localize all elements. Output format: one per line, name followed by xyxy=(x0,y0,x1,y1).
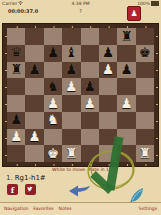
black-pawn-piece: ♟ xyxy=(29,63,41,77)
square-c7[interactable]: ♟ xyxy=(44,45,62,62)
square-f2[interactable] xyxy=(99,129,117,146)
square-d8[interactable] xyxy=(62,28,80,45)
square-b7[interactable] xyxy=(25,45,43,62)
square-h5[interactable] xyxy=(136,78,154,95)
tab-navigation[interactable]: Navigation xyxy=(4,206,28,211)
black-rook-piece: ♜ xyxy=(120,30,132,44)
black-pawn-piece: ♟ xyxy=(47,46,59,60)
square-d6[interactable]: ♟ xyxy=(62,62,80,79)
back-arrow-button[interactable] xyxy=(69,185,90,197)
square-c1[interactable]: ♚ xyxy=(44,145,62,162)
black-knight-piece: ♞ xyxy=(47,80,59,94)
menu-button[interactable]: ♟ xyxy=(127,6,141,21)
square-e4[interactable]: ♟ xyxy=(81,95,99,112)
square-e7[interactable] xyxy=(81,45,99,62)
square-h1[interactable]: ♜ xyxy=(136,145,154,162)
tab-settings[interactable]: Settings xyxy=(139,206,157,211)
square-e2[interactable] xyxy=(81,129,99,146)
move-list[interactable]: 1.Rg1-h1# xyxy=(6,174,46,182)
square-f1[interactable] xyxy=(99,145,117,162)
white-pawn-piece: ♟ xyxy=(47,97,59,111)
battery-icon xyxy=(151,1,159,6)
white-pawn-piece: ♟ xyxy=(29,130,41,144)
square-a3[interactable]: ♟ xyxy=(7,112,25,129)
square-d4[interactable] xyxy=(62,95,80,112)
square-e8[interactable] xyxy=(81,28,99,45)
square-b2[interactable]: ♟ xyxy=(25,129,43,146)
square-h4[interactable] xyxy=(136,95,154,112)
facebook-share-button[interactable]: f xyxy=(7,184,18,195)
square-c8[interactable] xyxy=(44,28,62,45)
square-g2[interactable] xyxy=(117,129,135,146)
app-screen: Carrier 4:38 PM 100% 00:00:37.0 ? ♟ ♜♛♟♝… xyxy=(0,0,161,215)
square-a4[interactable] xyxy=(7,95,25,112)
frame-studs xyxy=(3,24,158,28)
square-g3[interactable] xyxy=(117,112,135,129)
square-g7[interactable] xyxy=(117,45,135,62)
square-g6[interactable]: ♟ xyxy=(117,62,135,79)
move-text: Rg1-h1# xyxy=(15,174,46,182)
white-pawn-piece: ♟ xyxy=(10,130,22,144)
pawn-icon: ♟ xyxy=(130,10,137,18)
square-g5[interactable] xyxy=(117,78,135,95)
twitter-bird-icon xyxy=(27,186,35,193)
square-h2[interactable] xyxy=(136,129,154,146)
black-pawn-piece: ♟ xyxy=(102,46,114,60)
tab-notes[interactable]: Notes xyxy=(59,206,72,211)
square-h6[interactable] xyxy=(136,62,154,79)
chess-board-frame: ♜♛♟♝♟♚♜♟♟♟♟♞♟♟♟♟♟♟♞♟♟♚♜♜ xyxy=(3,24,158,166)
square-a7[interactable]: ♛ xyxy=(7,45,25,62)
square-c2[interactable] xyxy=(44,129,62,146)
square-f6[interactable]: ♟ xyxy=(99,62,117,79)
white-pawn-piece: ♟ xyxy=(102,63,114,77)
square-a1[interactable] xyxy=(7,145,25,162)
puzzle-caption: White to move. Mate in 1 xyxy=(0,167,161,172)
square-f7[interactable]: ♟ xyxy=(99,45,117,62)
square-e6[interactable] xyxy=(81,62,99,79)
square-g4[interactable]: ♟ xyxy=(117,95,135,112)
move-number: 1. xyxy=(6,174,13,182)
square-f4[interactable] xyxy=(99,95,117,112)
frame-studs xyxy=(3,162,158,166)
black-pawn-piece: ♟ xyxy=(10,113,22,127)
black-pawn-piece: ♟ xyxy=(120,63,132,77)
square-a2[interactable]: ♟ xyxy=(7,129,25,146)
twitter-share-button[interactable] xyxy=(25,184,36,195)
square-e1[interactable] xyxy=(81,145,99,162)
white-pawn-piece: ♟ xyxy=(65,80,77,94)
square-c3[interactable]: ♞ xyxy=(44,112,62,129)
square-b1[interactable] xyxy=(25,145,43,162)
white-king-piece: ♚ xyxy=(47,147,59,161)
square-g1[interactable] xyxy=(117,145,135,162)
square-a5[interactable] xyxy=(7,78,25,95)
facebook-icon: f xyxy=(11,185,14,195)
white-knight-piece: ♞ xyxy=(47,113,59,127)
square-d1[interactable]: ♜ xyxy=(62,145,80,162)
white-rook-piece: ♜ xyxy=(65,147,77,161)
bottom-tab-bar: Navigation Favorites Notes Settings xyxy=(0,202,161,215)
white-pawn-piece: ♟ xyxy=(120,97,132,111)
square-f8[interactable] xyxy=(99,28,117,45)
square-b6[interactable]: ♟ xyxy=(25,62,43,79)
white-pawn-piece: ♟ xyxy=(84,97,96,111)
square-a8[interactable] xyxy=(7,28,25,45)
white-rook-piece: ♜ xyxy=(139,147,151,161)
black-queen-piece: ♛ xyxy=(10,46,22,60)
square-h8[interactable] xyxy=(136,28,154,45)
square-c5[interactable]: ♞ xyxy=(44,78,62,95)
square-e5[interactable]: ♟ xyxy=(81,78,99,95)
square-b3[interactable] xyxy=(25,112,43,129)
black-pawn-piece: ♟ xyxy=(84,80,96,94)
tab-favorites[interactable]: Favorites xyxy=(33,206,53,211)
frame-studs xyxy=(154,24,158,166)
chess-board[interactable]: ♜♛♟♝♟♚♜♟♟♟♟♞♟♟♟♟♟♟♞♟♟♚♜♜ xyxy=(7,28,154,162)
square-d3[interactable] xyxy=(62,112,80,129)
battery-percent: 100% xyxy=(137,1,150,6)
black-king-piece: ♚ xyxy=(139,46,151,60)
square-b8[interactable] xyxy=(25,28,43,45)
square-e3[interactable] xyxy=(81,112,99,129)
square-g8[interactable]: ♜ xyxy=(117,28,135,45)
square-h3[interactable] xyxy=(136,112,154,129)
square-f3[interactable] xyxy=(99,112,117,129)
black-rook-piece: ♜ xyxy=(10,63,22,77)
square-d7[interactable]: ♝ xyxy=(62,45,80,62)
square-f5[interactable] xyxy=(99,78,117,95)
square-c4[interactable]: ♟ xyxy=(44,95,62,112)
black-pawn-piece: ♟ xyxy=(65,63,77,77)
square-d5[interactable]: ♟ xyxy=(62,78,80,95)
square-h7[interactable]: ♚ xyxy=(136,45,154,62)
black-bishop-piece: ♝ xyxy=(65,46,77,60)
square-b5[interactable] xyxy=(25,78,43,95)
square-c6[interactable] xyxy=(44,62,62,79)
square-b4[interactable] xyxy=(25,95,43,112)
frame-studs xyxy=(3,24,7,166)
square-d2[interactable] xyxy=(62,129,80,146)
square-a6[interactable]: ♜ xyxy=(7,62,25,79)
